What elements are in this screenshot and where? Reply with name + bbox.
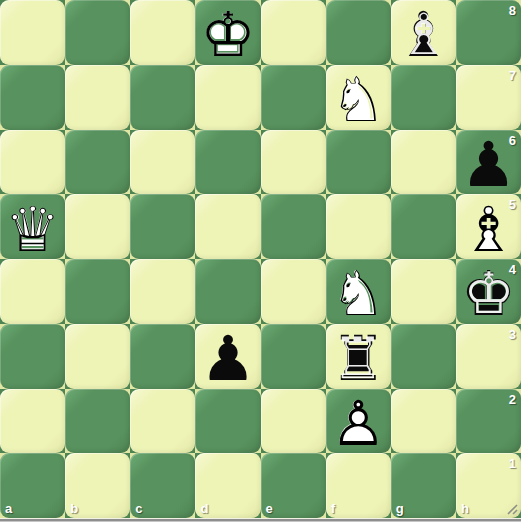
square-g2[interactable] [391,389,456,454]
square-g8[interactable]: ♝♗ [391,0,456,65]
square-d2[interactable] [195,389,260,454]
piece-white-queen[interactable]: ♛♕ [0,194,65,259]
piece-white-knight[interactable]: ♞♘ [326,65,391,130]
file-label-c: c [135,501,142,516]
file-label-g: g [396,501,404,516]
piece-black-pawn[interactable]: ♟ [195,324,260,389]
window-bottom-edge [0,518,521,522]
black-pawn-icon: ♟ [200,328,256,390]
square-a6[interactable] [0,130,65,195]
square-b4[interactable] [65,259,130,324]
square-a7[interactable] [0,65,65,130]
square-e3[interactable] [261,324,326,389]
square-g6[interactable] [391,130,456,195]
file-label-b: b [70,501,78,516]
file-label-e: e [266,501,273,516]
black-bishop-outline-icon: ♗ [398,7,449,64]
square-d5[interactable] [195,194,260,259]
square-e8[interactable] [261,0,326,65]
square-d3[interactable]: ♟ [195,324,260,389]
square-f2[interactable]: ♟♙ [326,389,391,454]
square-b1[interactable]: b [65,453,130,518]
file-label-d: d [200,501,208,516]
square-e2[interactable] [261,389,326,454]
white-knight-outline-icon: ♘ [330,263,386,325]
square-c8[interactable] [130,0,195,65]
square-d4[interactable] [195,259,260,324]
rank-label-8: 8 [509,3,516,18]
white-knight-outline-icon: ♘ [330,69,386,131]
square-g3[interactable] [391,324,456,389]
rank-label-5: 5 [509,197,516,212]
square-b5[interactable] [65,194,130,259]
white-king-outline-icon: ♔ [200,4,256,66]
piece-white-knight[interactable]: ♞♘ [326,259,391,324]
square-d6[interactable] [195,130,260,195]
rank-label-1: 1 [509,456,516,471]
rank-label-7: 7 [509,68,516,83]
piece-white-king[interactable]: ♚♔ [195,0,260,65]
square-c4[interactable] [130,259,195,324]
square-f1[interactable]: f [326,453,391,518]
piece-black-rook[interactable]: ♜♖ [326,324,391,389]
square-g1[interactable]: g [391,453,456,518]
square-b2[interactable] [65,389,130,454]
rank-label-4: 4 [509,262,516,277]
square-a1[interactable]: a [0,453,65,518]
rank-label-2: 2 [509,392,516,407]
square-f5[interactable] [326,194,391,259]
rank-label-6: 6 [509,133,516,148]
square-h2[interactable]: 2 [456,389,521,454]
square-f3[interactable]: ♜♖ [326,324,391,389]
square-h7[interactable]: 7 [456,65,521,130]
square-f6[interactable] [326,130,391,195]
square-h5[interactable]: ♝♗5 [456,194,521,259]
square-a3[interactable] [0,324,65,389]
square-b6[interactable] [65,130,130,195]
square-d8[interactable]: ♚♔ [195,0,260,65]
square-h3[interactable]: 3 [456,324,521,389]
resize-grip-icon[interactable] [505,502,518,515]
square-c1[interactable]: c [130,453,195,518]
piece-black-bishop[interactable]: ♝♗ [391,0,456,65]
file-label-h: h [461,501,469,516]
square-f4[interactable]: ♞♘ [326,259,391,324]
square-e6[interactable] [261,130,326,195]
square-b3[interactable] [65,324,130,389]
chess-board: ♚♔♝♗8♞♘7♟6♛♕♝♗5♞♘♚♔4♟♜♖3♟♙2abcdefg1h [0,0,521,518]
square-a8[interactable] [0,0,65,65]
square-h6[interactable]: ♟6 [456,130,521,195]
white-queen-outline-icon: ♕ [5,199,61,261]
square-f8[interactable] [326,0,391,65]
square-f7[interactable]: ♞♘ [326,65,391,130]
square-g5[interactable] [391,194,456,259]
square-a2[interactable] [0,389,65,454]
square-d7[interactable] [195,65,260,130]
square-d1[interactable]: d [195,453,260,518]
square-g7[interactable] [391,65,456,130]
square-g4[interactable] [391,259,456,324]
white-pawn-outline-icon: ♙ [330,393,386,455]
square-c7[interactable] [130,65,195,130]
square-c2[interactable] [130,389,195,454]
square-c6[interactable] [130,130,195,195]
square-b8[interactable] [65,0,130,65]
black-rook-outline-icon: ♖ [333,331,384,388]
square-e5[interactable] [261,194,326,259]
piece-white-pawn[interactable]: ♟♙ [326,389,391,454]
rank-label-3: 3 [509,327,516,342]
square-b7[interactable] [65,65,130,130]
square-a4[interactable] [0,259,65,324]
square-e4[interactable] [261,259,326,324]
chess-app-window: ♚♔♝♗8♞♘7♟6♛♕♝♗5♞♘♚♔4♟♜♖3♟♙2abcdefg1h [0,0,521,522]
square-c3[interactable] [130,324,195,389]
square-h8[interactable]: 8 [456,0,521,65]
square-e1[interactable]: e [261,453,326,518]
square-a5[interactable]: ♛♕ [0,194,65,259]
file-label-f: f [331,501,335,516]
square-c5[interactable] [130,194,195,259]
square-e7[interactable] [261,65,326,130]
black-king-outline-icon: ♔ [463,266,514,323]
file-label-a: a [5,501,12,516]
square-h4[interactable]: ♚♔4 [456,259,521,324]
